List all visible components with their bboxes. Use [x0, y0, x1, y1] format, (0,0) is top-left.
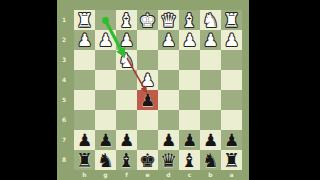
video-frame: ♜♝♚♛♝♞♜♟♟♟♟♟♟♟♞♟♟♟♟♟♟♟♟♟♜♞♝♚♛♝♞♜ 1234567… [0, 0, 320, 180]
rank-label-3: 3 [59, 50, 69, 70]
square-f2[interactable]: ♟ [116, 30, 137, 50]
square-h8[interactable]: ♜ [74, 150, 95, 170]
square-f6[interactable] [116, 110, 137, 130]
piece-white-pawn-b2[interactable]: ♟ [203, 30, 218, 50]
square-c6[interactable] [179, 110, 200, 130]
square-c7[interactable]: ♟ [179, 130, 200, 150]
square-b1[interactable]: ♞ [200, 10, 221, 30]
piece-black-king-e8[interactable]: ♚ [139, 150, 156, 170]
piece-white-bishop-f1[interactable]: ♝ [118, 10, 135, 30]
file-label-a: a [221, 170, 242, 180]
square-g6[interactable] [95, 110, 116, 130]
piece-white-pawn-h2[interactable]: ♟ [77, 30, 92, 50]
square-h5[interactable] [74, 90, 95, 110]
square-b7[interactable]: ♟ [200, 130, 221, 150]
square-d8[interactable]: ♛ [158, 150, 179, 170]
piece-black-pawn-b7[interactable]: ♟ [203, 130, 218, 150]
piece-white-bishop-c1[interactable]: ♝ [181, 10, 198, 30]
piece-white-pawn-f2[interactable]: ♟ [119, 30, 134, 50]
square-b6[interactable] [200, 110, 221, 130]
piece-black-bishop-f8[interactable]: ♝ [118, 150, 135, 170]
file-label-h: h [74, 170, 95, 180]
board-frame: ♜♝♚♛♝♞♜♟♟♟♟♟♟♟♞♟♟♟♟♟♟♟♟♟♜♞♝♚♛♝♞♜ 1234567… [57, 0, 249, 180]
square-a4[interactable] [221, 70, 242, 90]
square-c4[interactable] [179, 70, 200, 90]
rank-label-1: 1 [59, 10, 69, 30]
square-e5[interactable]: ♟ [137, 90, 158, 110]
rank-label-7: 7 [59, 130, 69, 150]
square-d6[interactable] [158, 110, 179, 130]
square-g7[interactable]: ♟ [95, 130, 116, 150]
square-a3[interactable] [221, 50, 242, 70]
square-f3[interactable]: ♞ [116, 50, 137, 70]
square-e8[interactable]: ♚ [137, 150, 158, 170]
square-b5[interactable] [200, 90, 221, 110]
piece-black-pawn-e5[interactable]: ♟ [140, 90, 155, 110]
square-d7[interactable]: ♟ [158, 130, 179, 150]
square-h1[interactable]: ♜ [74, 10, 95, 30]
piece-black-pawn-h7[interactable]: ♟ [77, 130, 92, 150]
square-a1[interactable]: ♜ [221, 10, 242, 30]
piece-black-knight-g8[interactable]: ♞ [97, 150, 114, 170]
piece-white-pawn-a2[interactable]: ♟ [224, 30, 239, 50]
square-g2[interactable]: ♟ [95, 30, 116, 50]
square-e7[interactable] [137, 130, 158, 150]
square-e4[interactable]: ♟ [137, 70, 158, 90]
square-h2[interactable]: ♟ [74, 30, 95, 50]
piece-white-pawn-c2[interactable]: ♟ [182, 30, 197, 50]
file-label-f: f [116, 170, 137, 180]
file-label-b: b [200, 170, 221, 180]
square-a8[interactable]: ♜ [221, 150, 242, 170]
square-e1[interactable]: ♚ [137, 10, 158, 30]
square-b4[interactable] [200, 70, 221, 90]
file-label-g: g [95, 170, 116, 180]
piece-black-pawn-a7[interactable]: ♟ [224, 130, 239, 150]
square-h6[interactable] [74, 110, 95, 130]
rank-label-4: 4 [59, 70, 69, 90]
square-h3[interactable] [74, 50, 95, 70]
square-b8[interactable]: ♞ [200, 150, 221, 170]
piece-white-pawn-e4[interactable]: ♟ [140, 70, 155, 90]
board-grid[interactable]: ♜♝♚♛♝♞♜♟♟♟♟♟♟♟♞♟♟♟♟♟♟♟♟♟♜♞♝♚♛♝♞♜ [74, 10, 242, 170]
piece-white-knight-b1[interactable]: ♞ [202, 10, 219, 30]
square-d2[interactable]: ♟ [158, 30, 179, 50]
piece-white-pawn-d2[interactable]: ♟ [161, 30, 176, 50]
piece-black-pawn-c7[interactable]: ♟ [182, 130, 197, 150]
rank-label-6: 6 [59, 110, 69, 130]
piece-white-rook-h1[interactable]: ♜ [76, 10, 93, 30]
square-c3[interactable] [179, 50, 200, 70]
square-a5[interactable] [221, 90, 242, 110]
square-f1[interactable]: ♝ [116, 10, 137, 30]
piece-black-pawn-g7[interactable]: ♟ [98, 130, 113, 150]
square-a7[interactable]: ♟ [221, 130, 242, 150]
square-f8[interactable]: ♝ [116, 150, 137, 170]
rank-label-2: 2 [59, 30, 69, 50]
square-d4[interactable] [158, 70, 179, 90]
file-label-e: e [137, 170, 158, 180]
piece-black-rook-a8[interactable]: ♜ [223, 150, 240, 170]
square-e3[interactable] [137, 50, 158, 70]
square-g1[interactable] [95, 10, 116, 30]
rank-label-5: 5 [59, 90, 69, 110]
piece-black-bishop-c8[interactable]: ♝ [181, 150, 198, 170]
square-c1[interactable]: ♝ [179, 10, 200, 30]
piece-white-knight-f3[interactable]: ♞ [118, 50, 135, 70]
square-f4[interactable] [116, 70, 137, 90]
piece-black-rook-h8[interactable]: ♜ [76, 150, 93, 170]
square-d3[interactable] [158, 50, 179, 70]
square-g5[interactable] [95, 90, 116, 110]
square-c5[interactable] [179, 90, 200, 110]
rank-label-8: 8 [59, 150, 69, 170]
square-g3[interactable] [95, 50, 116, 70]
piece-white-king-e1[interactable]: ♚ [139, 10, 156, 30]
square-h7[interactable]: ♟ [74, 130, 95, 150]
square-e2[interactable] [137, 30, 158, 50]
piece-black-pawn-d7[interactable]: ♟ [161, 130, 176, 150]
square-d1[interactable]: ♛ [158, 10, 179, 30]
square-g8[interactable]: ♞ [95, 150, 116, 170]
square-g4[interactable] [95, 70, 116, 90]
file-label-d: d [158, 170, 179, 180]
square-e6[interactable] [137, 110, 158, 130]
square-b3[interactable] [200, 50, 221, 70]
square-d5[interactable] [158, 90, 179, 110]
piece-white-rook-a1[interactable]: ♜ [223, 10, 240, 30]
piece-black-queen-d8[interactable]: ♛ [160, 150, 177, 170]
piece-white-queen-d1[interactable]: ♛ [160, 10, 177, 30]
square-c2[interactable]: ♟ [179, 30, 200, 50]
square-f5[interactable] [116, 90, 137, 110]
square-c8[interactable]: ♝ [179, 150, 200, 170]
piece-black-knight-b8[interactable]: ♞ [202, 150, 219, 170]
square-a6[interactable] [221, 110, 242, 130]
square-h4[interactable] [74, 70, 95, 90]
file-label-c: c [179, 170, 200, 180]
piece-white-pawn-g2[interactable]: ♟ [98, 30, 113, 50]
square-a2[interactable]: ♟ [221, 30, 242, 50]
piece-black-pawn-f7[interactable]: ♟ [119, 130, 134, 150]
square-f7[interactable]: ♟ [116, 130, 137, 150]
square-b2[interactable]: ♟ [200, 30, 221, 50]
